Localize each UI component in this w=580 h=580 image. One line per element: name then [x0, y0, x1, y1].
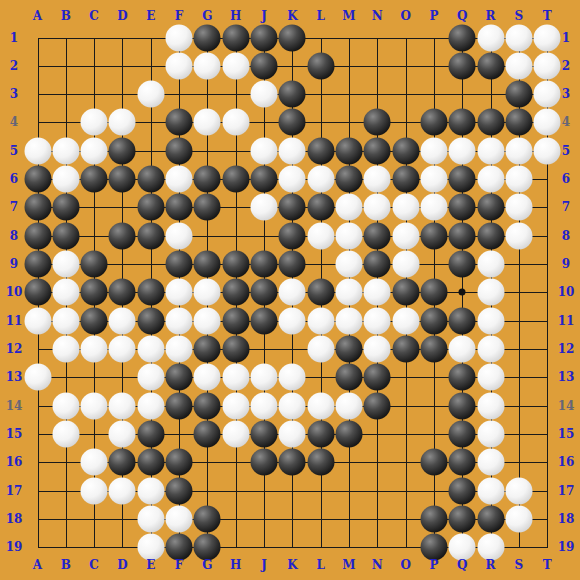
stone-black[interactable] [251, 420, 278, 447]
stone-black[interactable] [24, 166, 51, 193]
col-label-top: P [429, 9, 438, 23]
stone-white[interactable] [307, 336, 334, 363]
stone-black[interactable] [449, 420, 476, 447]
stone-black[interactable] [449, 449, 476, 476]
stone-white[interactable] [279, 420, 306, 447]
row-label-right: 13 [558, 370, 575, 384]
stone-white[interactable] [137, 81, 164, 108]
col-label-bottom: P [429, 558, 438, 572]
row-label-right: 4 [562, 115, 570, 129]
stone-black[interactable] [279, 194, 306, 221]
stone-white[interactable] [222, 52, 249, 79]
stone-black[interactable] [166, 109, 193, 136]
stone-white[interactable] [449, 336, 476, 363]
stone-white[interactable] [477, 166, 504, 193]
stone-black[interactable] [449, 505, 476, 532]
stone-white[interactable] [109, 477, 136, 504]
row-label-left: 6 [10, 172, 18, 186]
col-label-bottom: O [400, 558, 410, 572]
stone-black[interactable] [420, 534, 447, 561]
col-label-bottom: A [33, 558, 42, 572]
stone-black[interactable] [137, 222, 164, 249]
stone-black[interactable] [449, 109, 476, 136]
stone-black[interactable] [364, 137, 391, 164]
col-label-bottom: N [372, 558, 383, 572]
stone-white[interactable] [477, 392, 504, 419]
row-label-right: 19 [558, 540, 575, 554]
stone-black[interactable] [336, 420, 363, 447]
stone-white[interactable] [222, 420, 249, 447]
stone-white[interactable] [534, 52, 561, 79]
stone-white[interactable] [166, 222, 193, 249]
stone-white[interactable] [336, 279, 363, 306]
stone-white[interactable] [336, 392, 363, 419]
row-label-left: 11 [6, 314, 23, 328]
stone-white[interactable] [392, 222, 419, 249]
row-label-left: 12 [6, 342, 23, 356]
col-label-top: R [486, 9, 496, 23]
col-label-top: C [89, 9, 99, 23]
col-label-bottom: L [316, 558, 324, 572]
stone-black[interactable] [109, 222, 136, 249]
stone-white[interactable] [251, 137, 278, 164]
row-label-right: 10 [558, 285, 575, 299]
stone-white[interactable] [364, 194, 391, 221]
stone-black[interactable] [81, 166, 108, 193]
stone-white[interactable] [52, 392, 79, 419]
col-label-top: T [543, 9, 552, 23]
stone-black[interactable] [52, 222, 79, 249]
col-label-top: A [33, 9, 42, 23]
stone-black[interactable] [24, 222, 51, 249]
stone-white[interactable] [166, 505, 193, 532]
stone-white[interactable] [477, 24, 504, 51]
col-label-bottom: G [202, 558, 212, 572]
stone-black[interactable] [137, 307, 164, 334]
stone-white[interactable] [194, 307, 221, 334]
stone-black[interactable] [251, 251, 278, 278]
row-label-left: 4 [10, 115, 18, 129]
stone-black[interactable] [307, 194, 334, 221]
stone-white[interactable] [392, 194, 419, 221]
stone-black[interactable] [194, 420, 221, 447]
stone-black[interactable] [166, 392, 193, 419]
stone-black[interactable] [336, 166, 363, 193]
stone-black[interactable] [364, 109, 391, 136]
row-label-right: 18 [558, 512, 575, 526]
row-label-left: 17 [6, 484, 23, 498]
stone-white[interactable] [194, 364, 221, 391]
stone-white[interactable] [279, 137, 306, 164]
stone-black[interactable] [222, 336, 249, 363]
stone-black[interactable] [420, 279, 447, 306]
stone-white[interactable] [81, 336, 108, 363]
stone-white[interactable] [364, 336, 391, 363]
stone-white[interactable] [137, 534, 164, 561]
row-label-left: 13 [6, 370, 23, 384]
go-board[interactable]: AABBCCDDEEFFGGHHJJKKLLMMNNOOPPQQRRSSTT11… [0, 0, 580, 580]
stone-white[interactable] [505, 477, 532, 504]
col-label-bottom: F [175, 558, 184, 572]
col-label-top: L [316, 9, 324, 23]
stone-black[interactable] [477, 52, 504, 79]
stone-black[interactable] [81, 307, 108, 334]
stone-white[interactable] [109, 420, 136, 447]
col-label-top: O [400, 9, 410, 23]
stone-white[interactable] [505, 166, 532, 193]
stone-white[interactable] [364, 307, 391, 334]
stone-black[interactable] [166, 194, 193, 221]
stone-white[interactable] [81, 449, 108, 476]
row-label-right: 9 [562, 257, 570, 271]
stone-white[interactable] [505, 194, 532, 221]
stone-white[interactable] [505, 137, 532, 164]
stone-white[interactable] [251, 194, 278, 221]
stone-black[interactable] [336, 336, 363, 363]
col-label-top: F [175, 9, 184, 23]
stone-white[interactable] [24, 364, 51, 391]
stone-black[interactable] [194, 251, 221, 278]
stone-white[interactable] [420, 137, 447, 164]
row-label-right: 17 [558, 484, 575, 498]
stone-black[interactable] [505, 109, 532, 136]
row-label-left: 15 [6, 427, 23, 441]
col-label-bottom: M [342, 558, 355, 572]
col-label-bottom: E [146, 558, 155, 572]
col-label-top: E [146, 9, 155, 23]
stone-black[interactable] [251, 307, 278, 334]
stone-white[interactable] [336, 251, 363, 278]
stone-white[interactable] [477, 449, 504, 476]
row-label-left: 3 [10, 87, 18, 101]
stone-black[interactable] [279, 81, 306, 108]
stone-black[interactable] [279, 109, 306, 136]
stone-black[interactable] [477, 505, 504, 532]
stone-white[interactable] [449, 534, 476, 561]
col-label-bottom: H [230, 558, 241, 572]
stone-white[interactable] [279, 364, 306, 391]
stone-black[interactable] [166, 477, 193, 504]
stone-black[interactable] [251, 166, 278, 193]
row-label-left: 5 [10, 144, 18, 158]
stone-white[interactable] [52, 336, 79, 363]
col-label-top: D [117, 9, 127, 23]
stone-black[interactable] [420, 307, 447, 334]
stone-black[interactable] [251, 279, 278, 306]
stone-black[interactable] [24, 279, 51, 306]
stone-white[interactable] [194, 109, 221, 136]
stone-black[interactable] [194, 505, 221, 532]
stone-black[interactable] [449, 477, 476, 504]
stone-white[interactable] [137, 336, 164, 363]
stone-black[interactable] [166, 534, 193, 561]
stone-white[interactable] [534, 137, 561, 164]
col-label-bottom: C [89, 558, 99, 572]
stone-black[interactable] [24, 251, 51, 278]
stone-black[interactable] [166, 137, 193, 164]
stone-black[interactable] [52, 194, 79, 221]
stone-black[interactable] [251, 52, 278, 79]
stone-black[interactable] [307, 52, 334, 79]
col-label-bottom: R [486, 558, 496, 572]
col-label-bottom: S [515, 558, 524, 572]
stone-black[interactable] [392, 137, 419, 164]
stone-white[interactable] [336, 222, 363, 249]
stone-black[interactable] [505, 81, 532, 108]
stone-white[interactable] [166, 279, 193, 306]
stone-white[interactable] [477, 137, 504, 164]
stone-black[interactable] [222, 251, 249, 278]
stone-black[interactable] [364, 392, 391, 419]
stone-black[interactable] [279, 222, 306, 249]
row-label-right: 15 [558, 427, 575, 441]
row-label-right: 16 [558, 455, 575, 469]
stone-white[interactable] [52, 251, 79, 278]
stone-black[interactable] [109, 137, 136, 164]
stone-white[interactable] [251, 392, 278, 419]
stone-white[interactable] [81, 109, 108, 136]
row-label-right: 5 [562, 144, 570, 158]
stone-white[interactable] [81, 477, 108, 504]
stone-black[interactable] [109, 279, 136, 306]
stone-black[interactable] [336, 364, 363, 391]
stone-white[interactable] [307, 166, 334, 193]
stone-white[interactable] [166, 24, 193, 51]
stone-white[interactable] [222, 392, 249, 419]
stone-white[interactable] [194, 52, 221, 79]
col-label-top: B [61, 9, 71, 23]
stone-black[interactable] [137, 166, 164, 193]
col-label-bottom: J [261, 558, 267, 572]
stone-white[interactable] [24, 307, 51, 334]
stone-black[interactable] [222, 307, 249, 334]
hoshi-dot [459, 289, 466, 296]
stone-white[interactable] [364, 166, 391, 193]
stone-black[interactable] [222, 279, 249, 306]
stone-white[interactable] [109, 307, 136, 334]
stone-white[interactable] [137, 477, 164, 504]
stone-white[interactable] [364, 279, 391, 306]
stone-black[interactable] [449, 166, 476, 193]
stone-black[interactable] [194, 194, 221, 221]
row-label-right: 7 [562, 200, 570, 214]
stone-white[interactable] [477, 477, 504, 504]
stone-black[interactable] [449, 364, 476, 391]
stone-black[interactable] [420, 222, 447, 249]
stone-black[interactable] [420, 336, 447, 363]
stone-white[interactable] [449, 137, 476, 164]
row-label-left: 10 [6, 285, 23, 299]
stone-white[interactable] [307, 222, 334, 249]
stone-white[interactable] [505, 222, 532, 249]
stone-black[interactable] [109, 449, 136, 476]
stone-white[interactable] [137, 505, 164, 532]
stone-white[interactable] [307, 307, 334, 334]
stone-black[interactable] [392, 336, 419, 363]
row-label-right: 2 [562, 59, 570, 73]
stone-black[interactable] [194, 336, 221, 363]
stone-white[interactable] [505, 52, 532, 79]
row-label-right: 1 [562, 31, 570, 45]
stone-black[interactable] [222, 24, 249, 51]
stone-black[interactable] [166, 251, 193, 278]
stone-black[interactable] [420, 449, 447, 476]
row-label-right: 3 [562, 87, 570, 101]
stone-white[interactable] [222, 364, 249, 391]
stone-white[interactable] [137, 364, 164, 391]
stone-white[interactable] [251, 364, 278, 391]
stone-black[interactable] [449, 194, 476, 221]
stone-white[interactable] [24, 137, 51, 164]
stone-black[interactable] [477, 194, 504, 221]
stone-black[interactable] [24, 194, 51, 221]
stone-white[interactable] [477, 336, 504, 363]
row-label-left: 9 [10, 257, 18, 271]
stone-white[interactable] [477, 279, 504, 306]
stone-white[interactable] [109, 109, 136, 136]
stone-white[interactable] [392, 307, 419, 334]
stone-black[interactable] [194, 166, 221, 193]
col-label-bottom: D [117, 558, 127, 572]
stone-white[interactable] [279, 307, 306, 334]
stone-black[interactable] [109, 166, 136, 193]
col-label-top: H [230, 9, 241, 23]
stone-black[interactable] [477, 109, 504, 136]
stone-black[interactable] [251, 24, 278, 51]
stone-black[interactable] [279, 251, 306, 278]
stone-white[interactable] [534, 81, 561, 108]
stone-white[interactable] [477, 534, 504, 561]
row-label-right: 8 [562, 229, 570, 243]
stone-white[interactable] [477, 251, 504, 278]
stone-white[interactable] [137, 392, 164, 419]
stone-black[interactable] [137, 194, 164, 221]
stone-black[interactable] [449, 307, 476, 334]
stone-white[interactable] [279, 166, 306, 193]
stone-white[interactable] [534, 24, 561, 51]
col-label-top: M [342, 9, 355, 23]
col-label-top: K [287, 9, 297, 23]
stone-white[interactable] [392, 251, 419, 278]
stone-black[interactable] [137, 449, 164, 476]
stone-black[interactable] [420, 109, 447, 136]
stone-black[interactable] [364, 222, 391, 249]
stone-white[interactable] [477, 307, 504, 334]
row-label-right: 6 [562, 172, 570, 186]
stone-white[interactable] [52, 307, 79, 334]
stone-white[interactable] [81, 137, 108, 164]
stone-white[interactable] [477, 364, 504, 391]
stone-black[interactable] [477, 222, 504, 249]
stone-black[interactable] [392, 279, 419, 306]
stone-black[interactable] [194, 392, 221, 419]
row-label-left: 1 [10, 31, 18, 45]
stone-white[interactable] [505, 505, 532, 532]
stone-black[interactable] [166, 364, 193, 391]
stone-white[interactable] [109, 336, 136, 363]
stone-white[interactable] [420, 194, 447, 221]
stone-black[interactable] [336, 137, 363, 164]
col-label-bottom: K [287, 558, 297, 572]
stone-black[interactable] [137, 279, 164, 306]
stone-white[interactable] [166, 166, 193, 193]
stone-white[interactable] [52, 137, 79, 164]
stone-white[interactable] [307, 392, 334, 419]
col-label-top: Q [457, 9, 467, 23]
row-label-right: 14 [558, 399, 575, 413]
col-label-top: S [515, 9, 524, 23]
row-label-left: 19 [6, 540, 23, 554]
stone-black[interactable] [392, 166, 419, 193]
stone-black[interactable] [166, 449, 193, 476]
stone-black[interactable] [81, 251, 108, 278]
stone-black[interactable] [364, 364, 391, 391]
stone-white[interactable] [477, 420, 504, 447]
col-label-bottom: Q [457, 558, 467, 572]
stone-black[interactable] [449, 251, 476, 278]
stone-white[interactable] [166, 307, 193, 334]
stone-white[interactable] [505, 24, 532, 51]
row-label-right: 12 [558, 342, 575, 356]
stone-white[interactable] [279, 279, 306, 306]
stone-black[interactable] [307, 420, 334, 447]
stone-white[interactable] [109, 392, 136, 419]
stone-white[interactable] [194, 279, 221, 306]
stone-black[interactable] [420, 505, 447, 532]
col-label-top: G [202, 9, 212, 23]
row-label-left: 2 [10, 59, 18, 73]
row-label-left: 8 [10, 229, 18, 243]
stone-black[interactable] [449, 392, 476, 419]
stone-black[interactable] [194, 24, 221, 51]
stone-white[interactable] [336, 307, 363, 334]
row-label-left: 7 [10, 200, 18, 214]
stone-white[interactable] [251, 81, 278, 108]
stone-white[interactable] [81, 392, 108, 419]
stone-black[interactable] [449, 222, 476, 249]
stone-black[interactable] [81, 279, 108, 306]
row-label-left: 16 [6, 455, 23, 469]
stone-white[interactable] [166, 52, 193, 79]
col-label-bottom: B [61, 558, 71, 572]
stone-black[interactable] [279, 449, 306, 476]
stone-white[interactable] [52, 279, 79, 306]
col-label-bottom: T [543, 558, 552, 572]
stone-black[interactable] [307, 137, 334, 164]
stone-black[interactable] [279, 24, 306, 51]
stone-white[interactable] [222, 109, 249, 136]
stone-white[interactable] [166, 336, 193, 363]
stone-black[interactable] [137, 420, 164, 447]
stone-black[interactable] [307, 279, 334, 306]
stone-black[interactable] [449, 52, 476, 79]
stone-white[interactable] [534, 109, 561, 136]
stone-white[interactable] [279, 392, 306, 419]
stone-black[interactable] [307, 449, 334, 476]
stone-white[interactable] [52, 166, 79, 193]
stone-black[interactable] [251, 449, 278, 476]
row-label-left: 14 [6, 399, 23, 413]
stone-black[interactable] [364, 251, 391, 278]
stone-white[interactable] [336, 194, 363, 221]
col-label-top: J [261, 9, 267, 23]
stone-black[interactable] [449, 24, 476, 51]
stone-black[interactable] [222, 166, 249, 193]
col-label-top: N [372, 9, 383, 23]
stone-black[interactable] [194, 534, 221, 561]
stone-white[interactable] [52, 420, 79, 447]
stone-white[interactable] [420, 166, 447, 193]
